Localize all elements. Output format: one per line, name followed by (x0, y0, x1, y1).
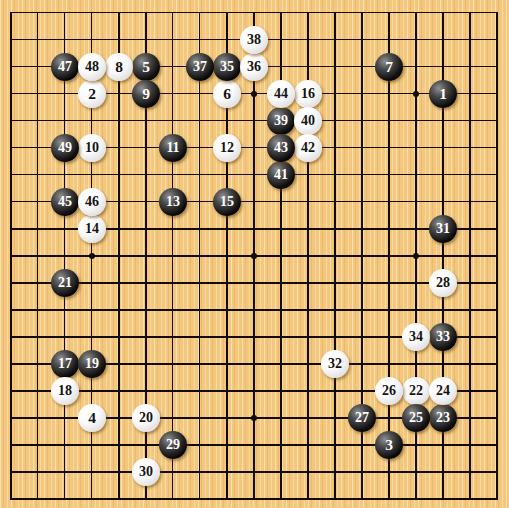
board-grid: 1234567891011121314151617181920212223242… (0, 0, 509, 508)
stone-white-move-8: 8 (105, 53, 133, 81)
board-intersection: 13 (160, 189, 187, 216)
board-intersection: 23 (430, 405, 457, 432)
board-intersection: 7 (376, 54, 403, 81)
move-number: 38 (247, 33, 261, 47)
stone-white-move-24: 24 (429, 377, 457, 405)
star-point (241, 243, 268, 270)
board-intersection: 27 (349, 405, 376, 432)
stone-white-move-18: 18 (51, 377, 79, 405)
board-intersection: 29 (160, 432, 187, 459)
stone-white-move-22: 22 (402, 377, 430, 405)
stone-white-move-28: 28 (429, 269, 457, 297)
move-number: 18 (58, 384, 72, 398)
board-intersection: 19 (79, 351, 106, 378)
star-point-dot (251, 91, 257, 97)
stone-black-move-45: 45 (51, 188, 79, 216)
move-number: 34 (409, 330, 423, 344)
board-intersection: 41 (268, 162, 295, 189)
stone-black-move-11: 11 (159, 134, 187, 162)
stone-white-move-16: 16 (294, 80, 322, 108)
stone-black-move-25: 25 (402, 404, 430, 432)
board-intersection: 26 (376, 378, 403, 405)
move-number: 40 (301, 114, 315, 128)
move-number: 16 (301, 87, 315, 101)
stone-white-move-26: 26 (375, 377, 403, 405)
stone-white-move-12: 12 (213, 134, 241, 162)
move-number: 23 (436, 411, 450, 425)
star-point-dot (251, 253, 257, 259)
board-intersection: 42 (295, 135, 322, 162)
stone-white-move-30: 30 (132, 458, 160, 486)
stone-white-move-48: 48 (78, 53, 106, 81)
move-number: 32 (328, 357, 342, 371)
stone-white-move-4: 4 (78, 404, 106, 432)
move-number: 41 (274, 168, 288, 182)
move-number: 19 (85, 357, 99, 371)
board-intersection: 9 (133, 81, 160, 108)
star-point-dot (413, 91, 419, 97)
board-intersection: 47 (52, 54, 79, 81)
stone-white-move-38: 38 (240, 26, 268, 54)
star-point-dot (89, 253, 95, 259)
board-intersection: 34 (403, 324, 430, 351)
move-number: 31 (436, 222, 450, 236)
board-intersection: 2 (79, 81, 106, 108)
star-point (241, 405, 268, 432)
board-intersection: 39 (268, 108, 295, 135)
move-number: 12 (220, 141, 234, 155)
move-number: 1 (439, 86, 447, 102)
move-number: 5 (142, 59, 150, 75)
board-intersection: 6 (214, 81, 241, 108)
stone-black-move-41: 41 (267, 161, 295, 189)
board-intersection: 16 (295, 81, 322, 108)
move-number: 26 (382, 384, 396, 398)
move-number: 14 (85, 222, 99, 236)
board-intersection: 49 (52, 135, 79, 162)
stone-black-move-9: 9 (132, 80, 160, 108)
board-intersection: 28 (430, 270, 457, 297)
board-intersection: 43 (268, 135, 295, 162)
move-number: 22 (409, 384, 423, 398)
stone-white-move-42: 42 (294, 134, 322, 162)
stone-white-move-20: 20 (132, 404, 160, 432)
stone-black-move-3: 3 (375, 431, 403, 459)
board-intersection: 38 (241, 27, 268, 54)
board-intersection: 40 (295, 108, 322, 135)
board-intersection: 4 (79, 405, 106, 432)
stone-white-move-6: 6 (213, 80, 241, 108)
board-intersection: 46 (79, 189, 106, 216)
move-number: 7 (385, 59, 393, 75)
board-intersection: 10 (79, 135, 106, 162)
stone-black-move-17: 17 (51, 350, 79, 378)
stone-white-move-10: 10 (78, 134, 106, 162)
move-number: 39 (274, 114, 288, 128)
move-number: 8 (115, 59, 123, 75)
stone-black-move-43: 43 (267, 134, 295, 162)
board-intersection: 36 (241, 54, 268, 81)
stone-white-move-46: 46 (78, 188, 106, 216)
stone-black-move-21: 21 (51, 269, 79, 297)
move-number: 3 (385, 437, 393, 453)
stone-white-move-40: 40 (294, 107, 322, 135)
move-number: 35 (220, 60, 234, 74)
star-point (241, 81, 268, 108)
stone-black-move-31: 31 (429, 215, 457, 243)
move-number: 15 (220, 195, 234, 209)
move-number: 49 (58, 141, 72, 155)
move-number: 2 (88, 86, 96, 102)
go-board: 1234567891011121314151617181920212223242… (0, 0, 509, 508)
stone-white-move-36: 36 (240, 53, 268, 81)
board-intersection: 3 (376, 432, 403, 459)
move-number: 33 (436, 330, 450, 344)
move-number: 29 (166, 438, 180, 452)
board-intersection: 48 (79, 54, 106, 81)
move-number: 20 (139, 411, 153, 425)
move-number: 46 (85, 195, 99, 209)
move-number: 48 (85, 60, 99, 74)
board-intersection: 45 (52, 189, 79, 216)
star-point (79, 243, 106, 270)
move-number: 43 (274, 141, 288, 155)
board-intersection: 22 (403, 378, 430, 405)
board-intersection: 14 (79, 216, 106, 243)
board-intersection: 33 (430, 324, 457, 351)
move-number: 47 (58, 60, 72, 74)
board-intersection: 32 (322, 351, 349, 378)
board-intersection: 25 (403, 405, 430, 432)
board-intersection: 18 (52, 378, 79, 405)
stone-black-move-39: 39 (267, 107, 295, 135)
move-number: 13 (166, 195, 180, 209)
star-point (403, 81, 430, 108)
board-intersection: 8 (106, 54, 133, 81)
stone-black-move-1: 1 (429, 80, 457, 108)
move-number: 4 (88, 410, 96, 426)
stone-black-move-5: 5 (132, 53, 160, 81)
board-intersection: 21 (52, 270, 79, 297)
stone-black-move-33: 33 (429, 323, 457, 351)
star-point-dot (251, 415, 257, 421)
board-intersection: 12 (214, 135, 241, 162)
board-intersection: 5 (133, 54, 160, 81)
move-number: 21 (58, 276, 72, 290)
stone-black-move-19: 19 (78, 350, 106, 378)
stone-black-move-29: 29 (159, 431, 187, 459)
board-intersection: 35 (214, 54, 241, 81)
move-number: 17 (58, 357, 72, 371)
board-intersection: 15 (214, 189, 241, 216)
stone-white-move-44: 44 (267, 80, 295, 108)
stone-black-move-49: 49 (51, 134, 79, 162)
stone-white-move-2: 2 (78, 80, 106, 108)
board-intersection: 31 (430, 216, 457, 243)
move-number: 24 (436, 384, 450, 398)
stone-black-move-23: 23 (429, 404, 457, 432)
board-intersection: 11 (160, 135, 187, 162)
move-number: 42 (301, 141, 315, 155)
star-point (403, 243, 430, 270)
star-point-dot (413, 253, 419, 259)
stone-black-move-15: 15 (213, 188, 241, 216)
stone-black-move-47: 47 (51, 53, 79, 81)
stone-black-move-13: 13 (159, 188, 187, 216)
board-intersection: 24 (430, 378, 457, 405)
move-number: 10 (85, 141, 99, 155)
move-number: 45 (58, 195, 72, 209)
stone-white-move-14: 14 (78, 215, 106, 243)
board-intersection: 30 (133, 459, 160, 486)
board-intersection: 17 (52, 351, 79, 378)
move-number: 37 (193, 60, 207, 74)
move-number: 28 (436, 276, 450, 290)
stone-black-move-27: 27 (348, 404, 376, 432)
move-number: 6 (223, 86, 231, 102)
board-intersection: 1 (430, 81, 457, 108)
move-number: 36 (247, 60, 261, 74)
move-number: 9 (142, 86, 150, 102)
move-number: 27 (355, 411, 369, 425)
stone-white-move-34: 34 (402, 323, 430, 351)
stone-white-move-32: 32 (321, 350, 349, 378)
move-number: 44 (274, 87, 288, 101)
board-intersection: 37 (187, 54, 214, 81)
stone-black-move-7: 7 (375, 53, 403, 81)
move-number: 30 (139, 465, 153, 479)
move-number: 25 (409, 411, 423, 425)
move-number: 11 (166, 141, 179, 155)
board-intersection: 44 (268, 81, 295, 108)
board-intersection: 20 (133, 405, 160, 432)
stone-black-move-35: 35 (213, 53, 241, 81)
stone-black-move-37: 37 (186, 53, 214, 81)
